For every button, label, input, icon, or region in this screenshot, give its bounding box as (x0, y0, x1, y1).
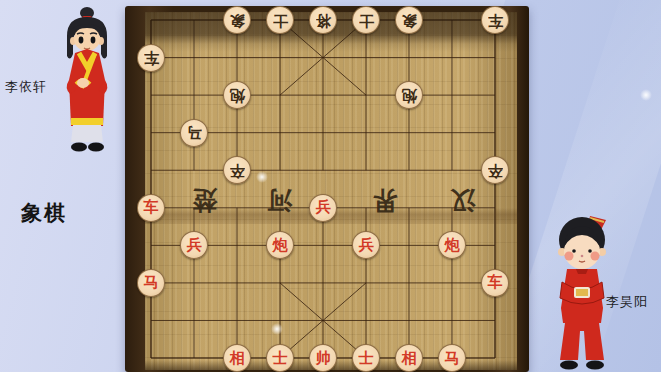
piece-glyph: 士 (359, 13, 374, 28)
piece-glyph: 象 (230, 13, 245, 28)
piece-glyph: 将 (316, 13, 331, 28)
piece-black-炮[interactable]: 炮 (223, 81, 251, 109)
right-player-avatar (538, 210, 626, 372)
river-char: 界 (368, 184, 402, 217)
piece-glyph: 车 (144, 200, 159, 215)
piece-glyph: 相 (402, 351, 417, 366)
piece-black-炮[interactable]: 炮 (395, 81, 423, 109)
left-player-name: 李依轩 (5, 78, 47, 96)
piece-glyph: 兵 (187, 238, 202, 253)
piece-glyph: 炮 (402, 88, 417, 103)
piece-glyph: 兵 (316, 200, 331, 215)
river-char: 河 (263, 184, 297, 217)
xiangqi-board[interactable]: 楚河界汉 象士将士象车车炮炮马卒卒车兵兵炮兵炮马车相士帅士相马 (125, 6, 529, 372)
sparkle (640, 89, 652, 101)
piece-black-将[interactable]: 将 (309, 6, 337, 34)
app-title: 象棋 (21, 199, 67, 227)
piece-black-马[interactable]: 马 (180, 119, 208, 147)
left-player-avatar (52, 4, 120, 156)
piece-glyph: 车 (488, 275, 503, 290)
piece-glyph: 炮 (445, 238, 460, 253)
piece-black-象[interactable]: 象 (395, 6, 423, 34)
piece-glyph: 士 (359, 351, 374, 366)
piece-glyph: 炮 (230, 88, 245, 103)
sparkle (256, 171, 268, 183)
piece-black-士[interactable]: 士 (352, 6, 380, 34)
piece-red-相[interactable]: 相 (395, 344, 423, 372)
board-surface: 楚河界汉 象士将士象车车炮炮马卒卒车兵兵炮兵炮马车相士帅士相马 (145, 12, 517, 370)
piece-black-车[interactable]: 车 (137, 44, 165, 72)
piece-red-马[interactable]: 马 (438, 344, 466, 372)
piece-glyph: 炮 (273, 238, 288, 253)
river-char: 汉 (446, 184, 480, 217)
piece-glyph: 相 (230, 351, 245, 366)
piece-glyph: 马 (144, 275, 159, 290)
sparkle (271, 323, 283, 335)
piece-glyph: 士 (273, 351, 288, 366)
piece-red-兵[interactable]: 兵 (309, 194, 337, 222)
piece-red-士[interactable]: 士 (266, 344, 294, 372)
piece-glyph: 车 (488, 13, 503, 28)
piece-glyph: 马 (187, 125, 202, 140)
piece-black-车[interactable]: 车 (481, 6, 509, 34)
piece-red-相[interactable]: 相 (223, 344, 251, 372)
piece-glyph: 帅 (316, 351, 331, 366)
river-char: 楚 (188, 184, 222, 217)
piece-red-马[interactable]: 马 (137, 269, 165, 297)
piece-red-帅[interactable]: 帅 (309, 344, 337, 372)
piece-glyph: 象 (402, 13, 417, 28)
piece-red-士[interactable]: 士 (352, 344, 380, 372)
right-player-name: 李昊阳 (606, 293, 648, 311)
piece-glyph: 兵 (359, 238, 374, 253)
piece-glyph: 卒 (230, 163, 245, 178)
piece-black-象[interactable]: 象 (223, 6, 251, 34)
piece-glyph: 马 (445, 351, 460, 366)
piece-glyph: 卒 (488, 163, 503, 178)
piece-red-车[interactable]: 车 (481, 269, 509, 297)
app-screen: 李依轩 象棋 楚河界汉 象士将士象车车炮炮马卒卒车兵兵炮兵炮马车相士帅士相马 (0, 0, 661, 372)
piece-black-士[interactable]: 士 (266, 6, 294, 34)
piece-glyph: 车 (144, 50, 159, 65)
piece-glyph: 士 (273, 13, 288, 28)
piece-red-车[interactable]: 车 (137, 194, 165, 222)
